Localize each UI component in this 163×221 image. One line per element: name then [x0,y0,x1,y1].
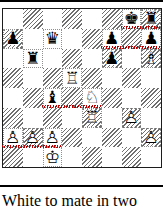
square-d1 [62,147,82,167]
square-d7 [62,29,82,49]
piece-black-rook-h8: ♜ [142,10,160,28]
piece-white-bishop-h6: ♝♗ [142,50,160,68]
square-f6: ♟ [102,49,122,69]
piece-glyph: ♔ [45,149,60,166]
piece-glyph: ♙ [5,129,20,146]
piece-glyph: ♜ [144,10,159,27]
square-d8 [62,9,82,29]
top-rule [0,0,163,2]
piece-white-pawn-a2: ♟♙ [4,129,22,147]
square-a7: ♟ [3,29,23,49]
piece-glyph: ♟ [144,30,159,47]
square-d5: ♜♖ [62,68,82,88]
square-h1 [141,147,161,167]
piece-white-king-c1: ♚♔ [44,148,62,166]
square-a3 [3,108,23,128]
square-h6: ♝♗ [141,49,161,69]
piece-white-rook-d5: ♜♖ [63,69,81,87]
square-h2: ♟♙ [141,128,161,148]
square-g2 [122,128,142,148]
square-c8 [43,9,63,29]
square-d2 [62,128,82,148]
square-f8 [102,9,122,29]
square-c7: ♛ [43,29,63,49]
square-b5 [23,68,43,88]
piece-glyph: ♙ [25,129,40,146]
square-e8 [82,9,102,29]
spellcheck-squiggle [2,145,61,148]
square-g6 [122,49,142,69]
square-g1 [122,147,142,167]
square-b3 [23,108,43,128]
separator-rule [0,185,163,187]
spellcheck-squiggle [101,46,160,49]
puzzle-caption: White to mate in two [2,192,162,210]
piece-glyph: ♘ [84,89,99,106]
piece-black-rook-b6: ♜ [24,50,42,68]
piece-glyph: ♟ [104,50,119,67]
square-e7 [82,29,102,49]
piece-glyph: ♜ [25,50,40,67]
chess-puzzle-diagram: ♚♜♟♛♟♟♜♟♝♗♜♖♝♞♘♜♖♟♙♟♙♟♙♟♙♟♙♚♔ White to m… [0,0,163,221]
piece-black-king-g8: ♚ [123,10,141,28]
square-a8 [3,9,23,29]
piece-black-pawn-f7: ♟ [103,30,121,48]
piece-glyph: ♙ [124,109,139,126]
spellcheck-squiggle [42,105,101,108]
piece-glyph: ♙ [144,129,159,146]
square-e2 [82,128,102,148]
square-b7 [23,29,43,49]
piece-glyph: ♟ [5,30,20,47]
piece-glyph: ♗ [144,50,159,67]
square-c6 [43,49,63,69]
square-h3 [141,108,161,128]
piece-glyph: ♛ [45,30,60,47]
square-a5 [3,68,23,88]
square-g3: ♟♙ [122,108,142,128]
piece-white-knight-e4: ♞♘ [83,89,101,107]
square-a6 [3,49,23,69]
piece-white-pawn-h2: ♟♙ [142,129,160,147]
piece-white-pawn-g3: ♟♙ [123,109,141,127]
square-b4 [23,88,43,108]
piece-glyph: ♝ [45,89,60,106]
square-e5 [82,68,102,88]
piece-black-pawn-f6: ♟ [103,50,121,68]
square-f1 [102,147,122,167]
piece-glyph: ♙ [45,129,60,146]
piece-white-pawn-c2: ♟♙ [44,129,62,147]
piece-glyph: ♖ [65,70,80,87]
piece-glyph: ♚ [124,10,139,27]
square-g5 [122,68,142,88]
square-b6: ♜ [23,49,43,69]
square-f5 [102,68,122,88]
square-a4 [3,88,23,108]
piece-black-pawn-a7: ♟ [4,30,22,48]
piece-white-pawn-b2: ♟♙ [24,129,42,147]
square-e3: ♜♖ [82,108,102,128]
square-f2 [102,128,122,148]
spellcheck-squiggle [121,26,161,29]
square-e1 [82,147,102,167]
piece-glyph: ♖ [84,109,99,126]
square-c5 [43,68,63,88]
square-d3 [62,108,82,128]
piece-black-bishop-c4: ♝ [44,89,62,107]
piece-white-rook-e3: ♜♖ [83,109,101,127]
square-h5 [141,68,161,88]
piece-black-pawn-h7: ♟ [142,30,160,48]
piece-black-queen-c7: ♛ [44,30,62,48]
square-a1 [3,147,23,167]
square-g4 [122,88,142,108]
square-f4 [102,88,122,108]
square-f3 [102,108,122,128]
square-b1 [23,147,43,167]
square-b8 [23,9,43,29]
piece-glyph: ♟ [104,30,119,47]
square-c1: ♚♔ [43,147,63,167]
square-c3 [43,108,63,128]
square-e6 [82,49,102,69]
square-h4 [141,88,161,108]
square-d6 [62,49,82,69]
